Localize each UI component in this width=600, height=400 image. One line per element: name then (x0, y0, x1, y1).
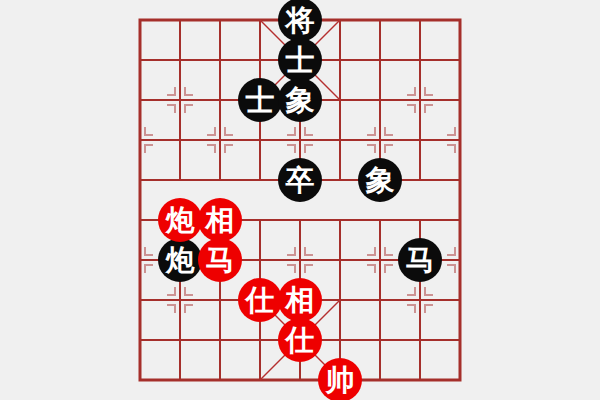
piece-red-advisor[interactable]: 仕 (278, 318, 322, 362)
piece-red-elephant[interactable]: 相 (198, 198, 242, 242)
piece-black-advisor[interactable]: 士 (238, 78, 282, 122)
piece-black-soldier[interactable]: 卒 (278, 158, 322, 202)
piece-black-cannon[interactable]: 炮 (158, 238, 202, 282)
piece-black-horse[interactable]: 马 (398, 238, 442, 282)
piece-red-advisor[interactable]: 仕 (238, 278, 282, 322)
piece-black-elephant[interactable]: 象 (358, 158, 402, 202)
piece-red-elephant[interactable]: 相 (278, 278, 322, 322)
piece-black-general[interactable]: 将 (278, 0, 322, 42)
xiangqi-app: 将士士象卒象炮马炮相马仕相仕帅 (0, 0, 600, 400)
piece-red-cannon[interactable]: 炮 (158, 198, 202, 242)
piece-black-elephant[interactable]: 象 (278, 78, 322, 122)
piece-black-advisor[interactable]: 士 (278, 38, 322, 82)
piece-red-horse[interactable]: 马 (198, 238, 242, 282)
piece-red-general[interactable]: 帅 (318, 358, 362, 400)
xiangqi-board[interactable]: 将士士象卒象炮马炮相马仕相仕帅 (120, 0, 480, 400)
